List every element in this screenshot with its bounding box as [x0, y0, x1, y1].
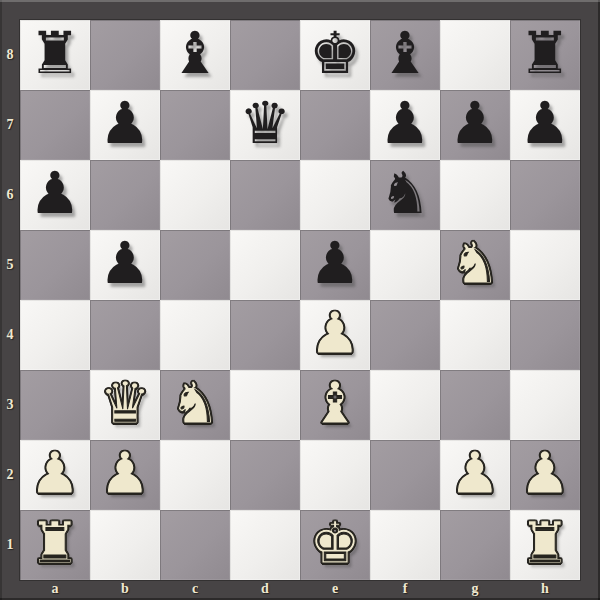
- white-king-piece[interactable]: ♚: [309, 514, 361, 572]
- square-g3[interactable]: [440, 370, 510, 440]
- square-a2[interactable]: ♟: [20, 440, 90, 510]
- square-c5[interactable]: [160, 230, 230, 300]
- square-a5[interactable]: [20, 230, 90, 300]
- square-b1[interactable]: [90, 510, 160, 580]
- square-d1[interactable]: [230, 510, 300, 580]
- square-d6[interactable]: [230, 160, 300, 230]
- black-pawn-piece[interactable]: ♟: [379, 94, 431, 152]
- white-rook-piece[interactable]: ♜: [519, 514, 571, 572]
- black-bishop-piece[interactable]: ♝: [379, 24, 431, 82]
- square-b2[interactable]: ♟: [90, 440, 160, 510]
- square-e5[interactable]: ♟: [300, 230, 370, 300]
- square-f5[interactable]: [370, 230, 440, 300]
- file-label-d: d: [230, 580, 300, 600]
- square-g5[interactable]: ♞: [440, 230, 510, 300]
- black-pawn-piece[interactable]: ♟: [29, 164, 81, 222]
- square-d4[interactable]: [230, 300, 300, 370]
- square-h4[interactable]: [510, 300, 580, 370]
- rank-label-2: 2: [0, 440, 20, 510]
- file-label-b: b: [90, 580, 160, 600]
- square-c6[interactable]: [160, 160, 230, 230]
- square-g6[interactable]: [440, 160, 510, 230]
- square-a1[interactable]: ♜: [20, 510, 90, 580]
- square-b3[interactable]: ♛: [90, 370, 160, 440]
- black-pawn-piece[interactable]: ♟: [449, 94, 501, 152]
- rank-label-4: 4: [0, 300, 20, 370]
- square-g2[interactable]: ♟: [440, 440, 510, 510]
- file-labels: abcdefgh: [20, 580, 580, 600]
- square-d7[interactable]: ♛: [230, 90, 300, 160]
- rank-label-7: 7: [0, 90, 20, 160]
- white-rook-piece[interactable]: ♜: [29, 514, 81, 572]
- square-f7[interactable]: ♟: [370, 90, 440, 160]
- square-h8[interactable]: ♜: [510, 20, 580, 90]
- square-h7[interactable]: ♟: [510, 90, 580, 160]
- square-h6[interactable]: [510, 160, 580, 230]
- square-d3[interactable]: [230, 370, 300, 440]
- square-g8[interactable]: [440, 20, 510, 90]
- square-b5[interactable]: ♟: [90, 230, 160, 300]
- square-f2[interactable]: [370, 440, 440, 510]
- square-c3[interactable]: ♞: [160, 370, 230, 440]
- file-label-g: g: [440, 580, 510, 600]
- black-rook-piece[interactable]: ♜: [29, 24, 81, 82]
- chess-board: ♜♝♚♝♜♟♛♟♟♟♟♞♟♟♞♟♛♞♝♟♟♟♟♜♚♜: [20, 20, 580, 580]
- white-pawn-piece[interactable]: ♟: [309, 304, 361, 362]
- square-h3[interactable]: [510, 370, 580, 440]
- black-king-piece[interactable]: ♚: [309, 24, 361, 82]
- file-label-f: f: [370, 580, 440, 600]
- square-c1[interactable]: [160, 510, 230, 580]
- square-e1[interactable]: ♚: [300, 510, 370, 580]
- black-bishop-piece[interactable]: ♝: [169, 24, 221, 82]
- square-f3[interactable]: [370, 370, 440, 440]
- square-g1[interactable]: [440, 510, 510, 580]
- square-c4[interactable]: [160, 300, 230, 370]
- rank-label-1: 1: [0, 510, 20, 580]
- square-a3[interactable]: [20, 370, 90, 440]
- square-b4[interactable]: [90, 300, 160, 370]
- square-e8[interactable]: ♚: [300, 20, 370, 90]
- square-h1[interactable]: ♜: [510, 510, 580, 580]
- square-a6[interactable]: ♟: [20, 160, 90, 230]
- square-g4[interactable]: [440, 300, 510, 370]
- square-c8[interactable]: ♝: [160, 20, 230, 90]
- square-d5[interactable]: [230, 230, 300, 300]
- black-rook-piece[interactable]: ♜: [519, 24, 571, 82]
- black-pawn-piece[interactable]: ♟: [99, 94, 151, 152]
- white-bishop-piece[interactable]: ♝: [309, 374, 361, 432]
- black-knight-piece[interactable]: ♞: [379, 164, 431, 222]
- white-knight-piece[interactable]: ♞: [449, 234, 501, 292]
- black-pawn-piece[interactable]: ♟: [309, 234, 361, 292]
- square-e4[interactable]: ♟: [300, 300, 370, 370]
- square-e7[interactable]: [300, 90, 370, 160]
- rank-label-5: 5: [0, 230, 20, 300]
- white-knight-piece[interactable]: ♞: [169, 374, 221, 432]
- square-e3[interactable]: ♝: [300, 370, 370, 440]
- square-g7[interactable]: ♟: [440, 90, 510, 160]
- square-a7[interactable]: [20, 90, 90, 160]
- square-h2[interactable]: ♟: [510, 440, 580, 510]
- square-f8[interactable]: ♝: [370, 20, 440, 90]
- rank-label-6: 6: [0, 160, 20, 230]
- square-d2[interactable]: [230, 440, 300, 510]
- black-pawn-piece[interactable]: ♟: [99, 234, 151, 292]
- rank-label-8: 8: [0, 20, 20, 90]
- file-label-h: h: [510, 580, 580, 600]
- white-pawn-piece[interactable]: ♟: [29, 444, 81, 502]
- square-b7[interactable]: ♟: [90, 90, 160, 160]
- white-pawn-piece[interactable]: ♟: [99, 444, 151, 502]
- white-pawn-piece[interactable]: ♟: [519, 444, 571, 502]
- square-f4[interactable]: [370, 300, 440, 370]
- rank-labels: 87654321: [0, 20, 20, 580]
- square-b6[interactable]: [90, 160, 160, 230]
- white-pawn-piece[interactable]: ♟: [449, 444, 501, 502]
- black-pawn-piece[interactable]: ♟: [519, 94, 571, 152]
- file-label-c: c: [160, 580, 230, 600]
- square-c7[interactable]: [160, 90, 230, 160]
- square-a8[interactable]: ♜: [20, 20, 90, 90]
- square-f1[interactable]: [370, 510, 440, 580]
- square-f6[interactable]: ♞: [370, 160, 440, 230]
- file-label-e: e: [300, 580, 370, 600]
- file-label-a: a: [20, 580, 90, 600]
- square-c2[interactable]: [160, 440, 230, 510]
- rank-label-3: 3: [0, 370, 20, 440]
- square-b8[interactable]: [90, 20, 160, 90]
- square-a4[interactable]: [20, 300, 90, 370]
- white-queen-piece[interactable]: ♛: [99, 374, 151, 432]
- square-d8[interactable]: [230, 20, 300, 90]
- black-queen-piece[interactable]: ♛: [239, 94, 291, 152]
- square-e2[interactable]: [300, 440, 370, 510]
- board-frame: 87654321 abcdefgh ♜♝♚♝♜♟♛♟♟♟♟♞♟♟♞♟♛♞♝♟♟♟…: [0, 0, 600, 600]
- square-e6[interactable]: [300, 160, 370, 230]
- square-h5[interactable]: [510, 230, 580, 300]
